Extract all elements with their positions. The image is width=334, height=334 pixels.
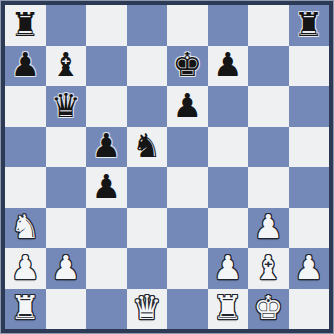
square-e3[interactable]: [167, 208, 208, 249]
black-rook-piece: ♜: [294, 8, 324, 41]
square-c1[interactable]: [86, 289, 127, 330]
square-b1[interactable]: [46, 289, 87, 330]
square-h1[interactable]: [289, 289, 330, 330]
square-a7[interactable]: ♟: [5, 46, 46, 87]
square-e6[interactable]: ♟: [167, 86, 208, 127]
square-a8[interactable]: ♜: [5, 5, 46, 46]
square-g4[interactable]: [248, 167, 289, 208]
square-f7[interactable]: ♟: [208, 46, 249, 87]
square-d1[interactable]: ♛: [127, 289, 168, 330]
white-rook-piece: ♜: [10, 291, 40, 324]
square-b5[interactable]: [46, 127, 87, 168]
black-pawn-piece: ♟: [172, 89, 202, 122]
square-e5[interactable]: [167, 127, 208, 168]
black-king-piece: ♚: [172, 48, 202, 81]
square-c8[interactable]: [86, 5, 127, 46]
square-a1[interactable]: ♜: [5, 289, 46, 330]
white-pawn-piece: ♟: [10, 251, 40, 284]
square-d6[interactable]: [127, 86, 168, 127]
square-g5[interactable]: [248, 127, 289, 168]
square-c5[interactable]: ♟: [86, 127, 127, 168]
square-c6[interactable]: [86, 86, 127, 127]
square-g6[interactable]: [248, 86, 289, 127]
square-g3[interactable]: ♟: [248, 208, 289, 249]
square-a4[interactable]: [5, 167, 46, 208]
square-d7[interactable]: [127, 46, 168, 87]
black-knight-piece: ♞: [132, 129, 162, 162]
square-h5[interactable]: [289, 127, 330, 168]
square-f8[interactable]: [208, 5, 249, 46]
black-pawn-piece: ♟: [10, 48, 40, 81]
white-bishop-piece: ♝: [253, 251, 283, 284]
square-h3[interactable]: [289, 208, 330, 249]
square-d3[interactable]: [127, 208, 168, 249]
square-g8[interactable]: [248, 5, 289, 46]
white-rook-piece: ♜: [213, 291, 243, 324]
square-g1[interactable]: ♚: [248, 289, 289, 330]
square-b8[interactable]: [46, 5, 87, 46]
square-f1[interactable]: ♜: [208, 289, 249, 330]
square-c3[interactable]: [86, 208, 127, 249]
square-h2[interactable]: ♟: [289, 248, 330, 289]
white-queen-piece: ♛: [132, 291, 162, 324]
black-pawn-piece: ♟: [91, 170, 121, 203]
black-pawn-piece: ♟: [213, 48, 243, 81]
square-f2[interactable]: ♟: [208, 248, 249, 289]
square-h7[interactable]: [289, 46, 330, 87]
square-a6[interactable]: [5, 86, 46, 127]
square-d5[interactable]: ♞: [127, 127, 168, 168]
square-d8[interactable]: [127, 5, 168, 46]
square-h8[interactable]: ♜: [289, 5, 330, 46]
square-b7[interactable]: ♝: [46, 46, 87, 87]
square-e8[interactable]: [167, 5, 208, 46]
black-queen-piece: ♛: [51, 89, 81, 122]
square-d2[interactable]: [127, 248, 168, 289]
white-knight-piece: ♞: [10, 210, 40, 243]
square-c2[interactable]: [86, 248, 127, 289]
square-e1[interactable]: [167, 289, 208, 330]
square-f5[interactable]: [208, 127, 249, 168]
square-e7[interactable]: ♚: [167, 46, 208, 87]
square-g2[interactable]: ♝: [248, 248, 289, 289]
square-e2[interactable]: [167, 248, 208, 289]
square-b3[interactable]: [46, 208, 87, 249]
white-pawn-piece: ♟: [253, 210, 283, 243]
chess-board: ♜♜♟♝♚♟♛♟♟♞♟♞♟♟♟♟♝♟♜♛♜♚: [5, 5, 329, 329]
white-pawn-piece: ♟: [213, 251, 243, 284]
square-b6[interactable]: ♛: [46, 86, 87, 127]
square-c4[interactable]: ♟: [86, 167, 127, 208]
square-b2[interactable]: ♟: [46, 248, 87, 289]
square-g7[interactable]: [248, 46, 289, 87]
square-d4[interactable]: [127, 167, 168, 208]
square-e4[interactable]: [167, 167, 208, 208]
chess-board-frame: ♜♜♟♝♚♟♛♟♟♞♟♞♟♟♟♟♝♟♜♛♜♚: [0, 0, 334, 334]
square-f4[interactable]: [208, 167, 249, 208]
square-f3[interactable]: [208, 208, 249, 249]
square-a2[interactable]: ♟: [5, 248, 46, 289]
square-b4[interactable]: [46, 167, 87, 208]
black-pawn-piece: ♟: [91, 129, 121, 162]
black-bishop-piece: ♝: [51, 48, 81, 81]
square-a3[interactable]: ♞: [5, 208, 46, 249]
white-pawn-piece: ♟: [294, 251, 324, 284]
square-c7[interactable]: [86, 46, 127, 87]
white-pawn-piece: ♟: [51, 251, 81, 284]
square-f6[interactable]: [208, 86, 249, 127]
white-king-piece: ♚: [253, 291, 283, 324]
square-h4[interactable]: [289, 167, 330, 208]
square-a5[interactable]: [5, 127, 46, 168]
square-h6[interactable]: [289, 86, 330, 127]
black-rook-piece: ♜: [10, 8, 40, 41]
